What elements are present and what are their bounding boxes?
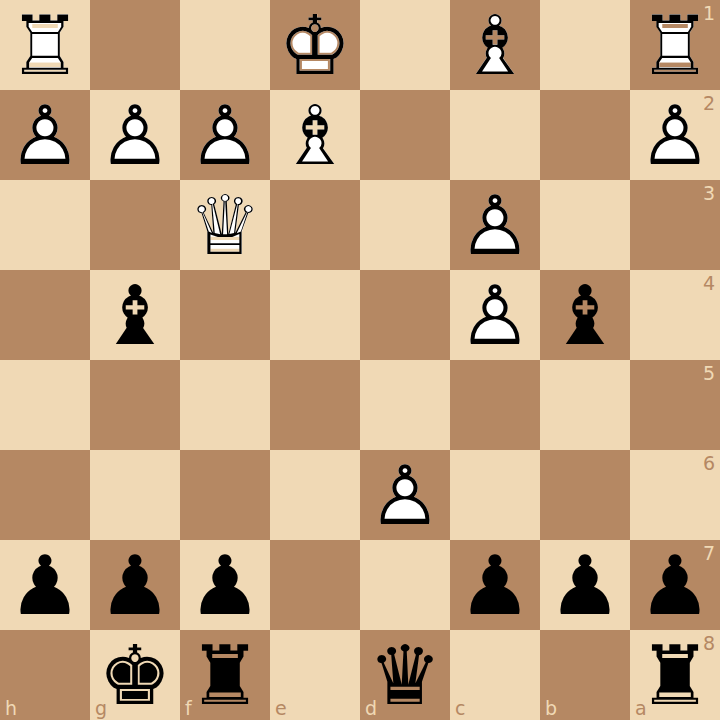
square-f6[interactable]: [180, 450, 270, 540]
square-h8[interactable]: h: [0, 630, 90, 720]
square-h2[interactable]: ♟︎♙: [0, 90, 90, 180]
white-pawn-piece-outline: ♙: [90, 90, 180, 180]
square-a4[interactable]: 4: [630, 270, 720, 360]
square-c7[interactable]: ♟︎: [450, 540, 540, 630]
square-a7[interactable]: ♟︎7: [630, 540, 720, 630]
square-e1[interactable]: ♚♔: [270, 0, 360, 90]
white-rook-piece-outline: ♖: [0, 0, 90, 90]
square-e3[interactable]: [270, 180, 360, 270]
square-b6[interactable]: [540, 450, 630, 540]
square-d1[interactable]: [360, 0, 450, 90]
square-f4[interactable]: [180, 270, 270, 360]
white-pawn-piece[interactable]: ♟︎: [360, 450, 450, 540]
white-pawn-piece[interactable]: ♟︎: [450, 180, 540, 270]
square-b7[interactable]: ♟︎: [540, 540, 630, 630]
file-label-c: c: [455, 699, 465, 718]
rank-label-7: 7: [703, 544, 715, 563]
square-c1[interactable]: ♝♗: [450, 0, 540, 90]
file-label-d: d: [365, 699, 377, 718]
white-bishop-piece[interactable]: ♝: [450, 0, 540, 90]
white-pawn-piece-outline: ♙: [450, 270, 540, 360]
white-pawn-piece-outline: ♙: [360, 450, 450, 540]
square-e5[interactable]: [270, 360, 360, 450]
square-e2[interactable]: ♝♗: [270, 90, 360, 180]
square-f8[interactable]: ♜f: [180, 630, 270, 720]
square-c3[interactable]: ♟︎♙: [450, 180, 540, 270]
black-rook-piece[interactable]: ♜: [180, 630, 270, 720]
square-g2[interactable]: ♟︎♙: [90, 90, 180, 180]
square-f1[interactable]: [180, 0, 270, 90]
square-d7[interactable]: [360, 540, 450, 630]
square-g7[interactable]: ♟︎: [90, 540, 180, 630]
square-b3[interactable]: [540, 180, 630, 270]
square-d6[interactable]: ♟︎♙: [360, 450, 450, 540]
square-d3[interactable]: [360, 180, 450, 270]
square-a8[interactable]: ♜8a: [630, 630, 720, 720]
rank-label-1: 1: [703, 4, 715, 23]
square-f7[interactable]: ♟︎: [180, 540, 270, 630]
square-a6[interactable]: 6: [630, 450, 720, 540]
square-d4[interactable]: [360, 270, 450, 360]
square-h1[interactable]: ♜♖: [0, 0, 90, 90]
chess-board: ♜♖♚♔♝♗♜♖1♟︎♙♟︎♙♟︎♙♝♗♟︎♙2♛♕♟︎♙3♝♟︎♙♝45♟︎♙…: [0, 0, 720, 720]
square-a3[interactable]: 3: [630, 180, 720, 270]
white-queen-piece-outline: ♕: [180, 180, 270, 270]
square-d8[interactable]: ♛d: [360, 630, 450, 720]
square-d2[interactable]: [360, 90, 450, 180]
white-pawn-piece-outline: ♙: [450, 180, 540, 270]
rank-label-4: 4: [703, 274, 715, 293]
square-d5[interactable]: [360, 360, 450, 450]
square-g4[interactable]: ♝: [90, 270, 180, 360]
square-e7[interactable]: [270, 540, 360, 630]
white-pawn-piece[interactable]: ♟︎: [90, 90, 180, 180]
square-a5[interactable]: 5: [630, 360, 720, 450]
square-b2[interactable]: [540, 90, 630, 180]
black-bishop-piece[interactable]: ♝: [90, 270, 180, 360]
rank-label-5: 5: [703, 364, 715, 383]
black-pawn-piece[interactable]: ♟︎: [90, 540, 180, 630]
square-e8[interactable]: e: [270, 630, 360, 720]
white-pawn-piece[interactable]: ♟︎: [450, 270, 540, 360]
square-h4[interactable]: [0, 270, 90, 360]
square-f2[interactable]: ♟︎♙: [180, 90, 270, 180]
square-f3[interactable]: ♛♕: [180, 180, 270, 270]
white-bishop-piece-outline: ♗: [450, 0, 540, 90]
white-bishop-piece-outline: ♗: [270, 90, 360, 180]
white-rook-piece[interactable]: ♜: [0, 0, 90, 90]
white-pawn-piece[interactable]: ♟︎: [180, 90, 270, 180]
black-pawn-piece[interactable]: ♟︎: [450, 540, 540, 630]
square-e6[interactable]: [270, 450, 360, 540]
rank-label-3: 3: [703, 184, 715, 203]
white-bishop-piece[interactable]: ♝: [270, 90, 360, 180]
square-h5[interactable]: [0, 360, 90, 450]
square-c2[interactable]: [450, 90, 540, 180]
square-c4[interactable]: ♟︎♙: [450, 270, 540, 360]
square-b8[interactable]: b: [540, 630, 630, 720]
file-label-f: f: [185, 699, 192, 718]
rank-label-2: 2: [703, 94, 715, 113]
white-king-piece[interactable]: ♚: [270, 0, 360, 90]
square-c8[interactable]: c: [450, 630, 540, 720]
square-c5[interactable]: [450, 360, 540, 450]
rank-label-6: 6: [703, 454, 715, 473]
square-f5[interactable]: [180, 360, 270, 450]
square-g8[interactable]: ♚g: [90, 630, 180, 720]
file-label-h: h: [5, 699, 17, 718]
file-label-e: e: [275, 699, 287, 718]
square-h6[interactable]: [0, 450, 90, 540]
file-label-g: g: [95, 699, 107, 718]
square-h7[interactable]: ♟︎: [0, 540, 90, 630]
square-c6[interactable]: [450, 450, 540, 540]
file-label-b: b: [545, 699, 557, 718]
square-b4[interactable]: ♝: [540, 270, 630, 360]
white-pawn-piece-outline: ♙: [0, 90, 90, 180]
white-king-piece-outline: ♔: [270, 0, 360, 90]
white-pawn-piece[interactable]: ♟︎: [0, 90, 90, 180]
black-pawn-piece[interactable]: ♟︎: [540, 540, 630, 630]
square-b1[interactable]: [540, 0, 630, 90]
black-pawn-piece[interactable]: ♟︎: [0, 540, 90, 630]
white-queen-piece[interactable]: ♛: [180, 180, 270, 270]
black-bishop-piece[interactable]: ♝: [540, 270, 630, 360]
file-label-a: a: [635, 699, 647, 718]
white-pawn-piece-outline: ♙: [180, 90, 270, 180]
square-b5[interactable]: [540, 360, 630, 450]
square-a1[interactable]: ♜♖1: [630, 0, 720, 90]
square-a2[interactable]: ♟︎♙2: [630, 90, 720, 180]
square-g6[interactable]: [90, 450, 180, 540]
black-pawn-piece[interactable]: ♟︎: [180, 540, 270, 630]
square-h3[interactable]: [0, 180, 90, 270]
square-e4[interactable]: [270, 270, 360, 360]
square-g1[interactable]: [90, 0, 180, 90]
rank-label-8: 8: [703, 634, 715, 653]
square-g3[interactable]: [90, 180, 180, 270]
square-g5[interactable]: [90, 360, 180, 450]
